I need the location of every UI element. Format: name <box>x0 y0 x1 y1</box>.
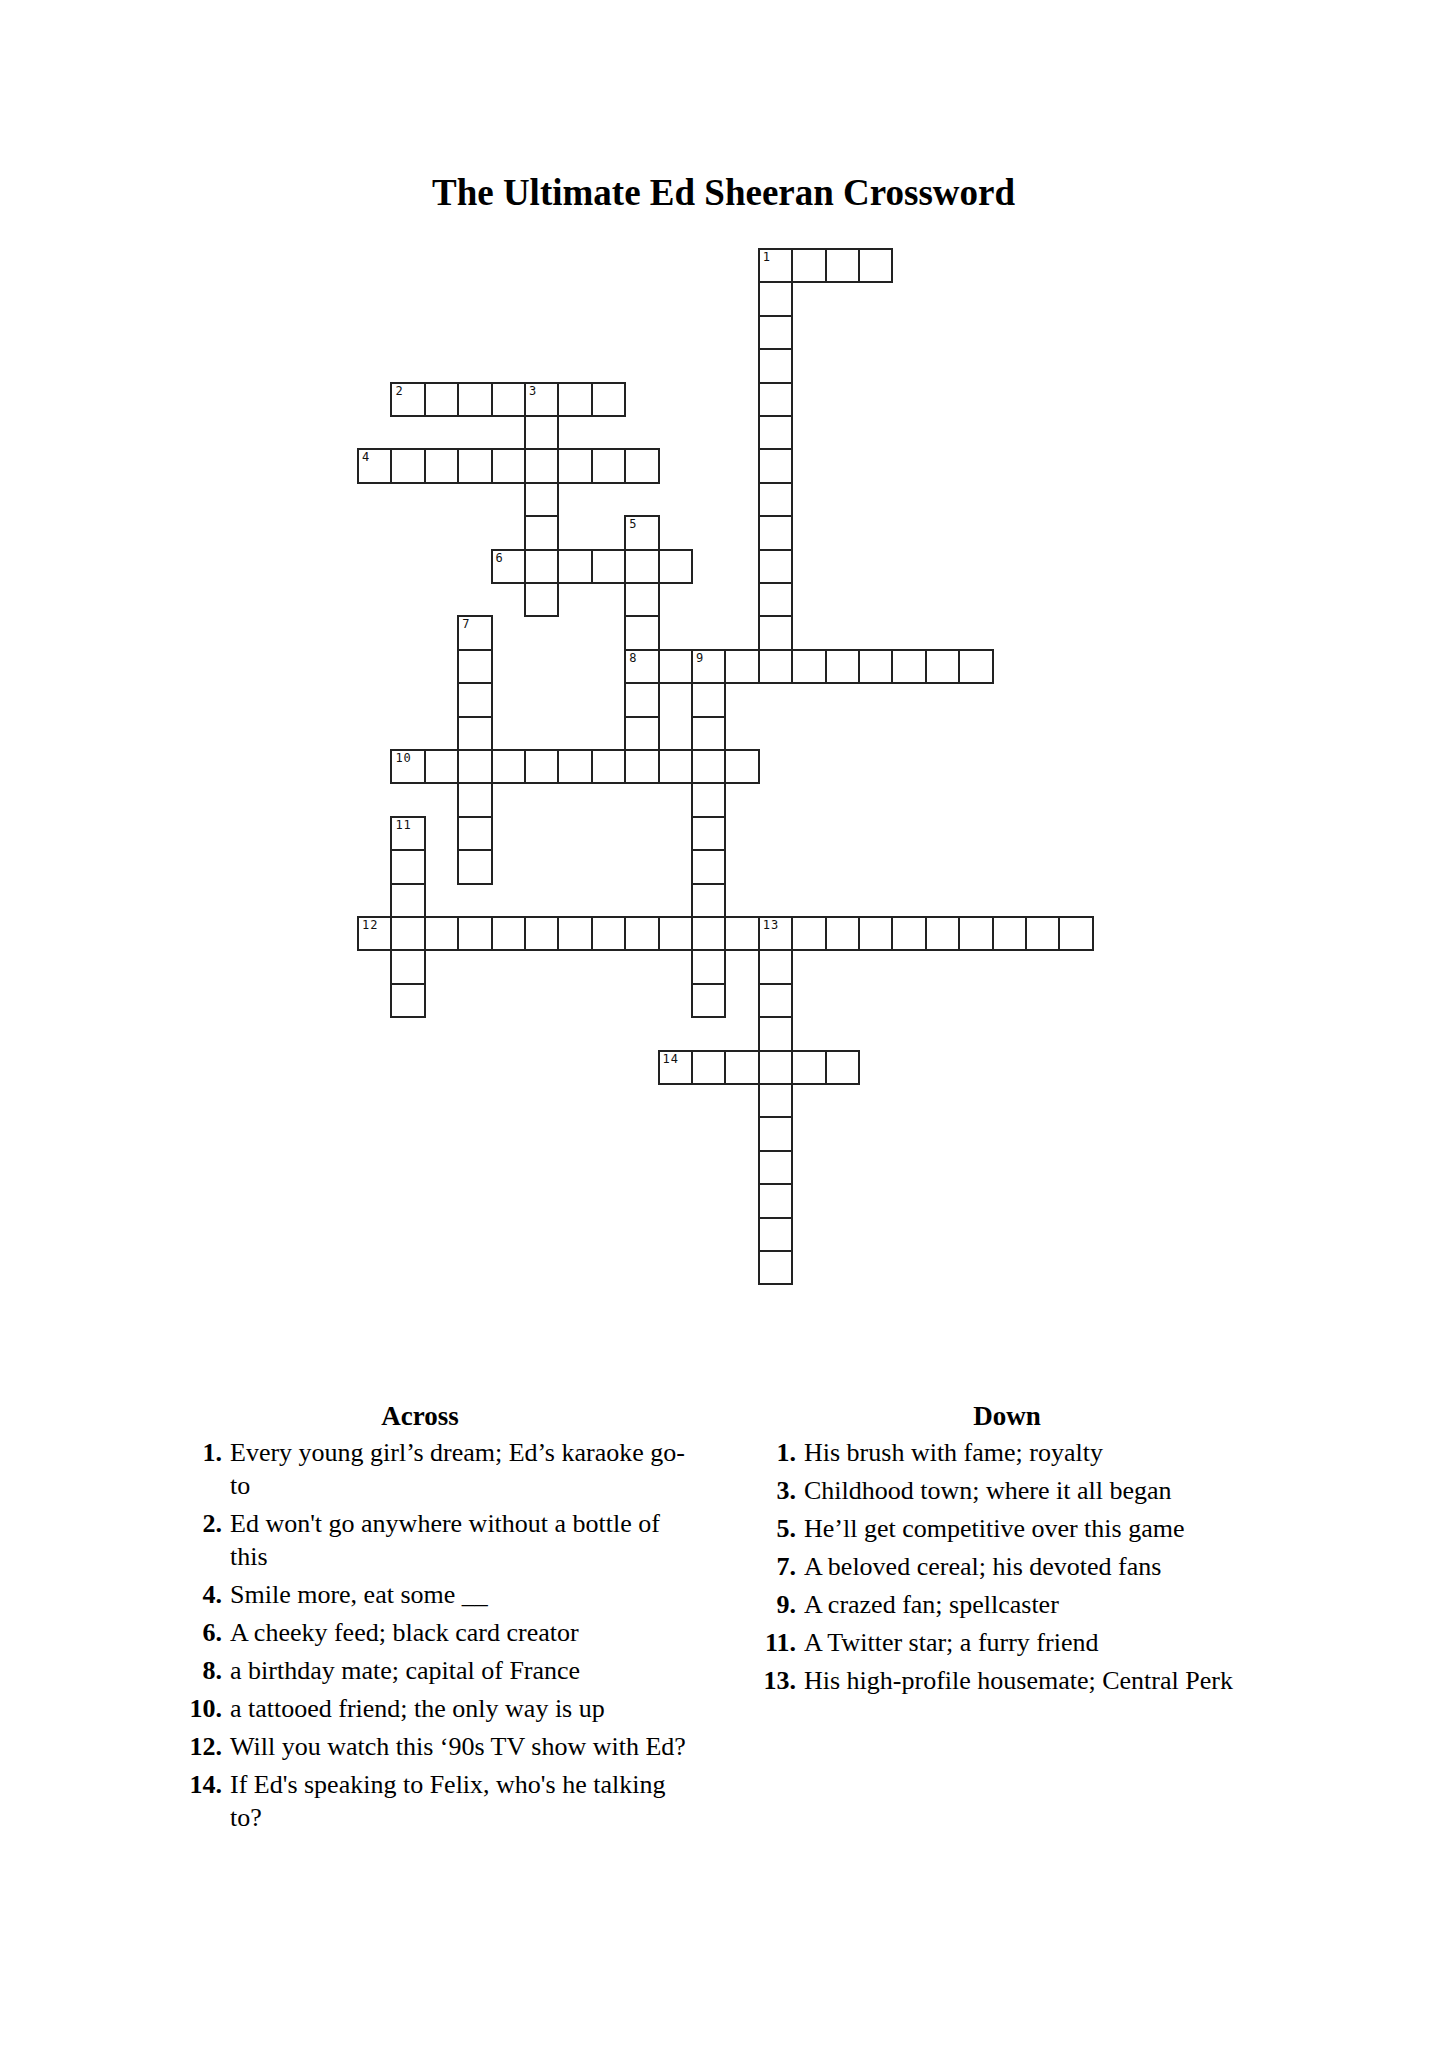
grid-cell[interactable] <box>591 382 626 417</box>
grid-cell[interactable] <box>624 682 659 715</box>
grid-cell[interactable] <box>691 983 726 1018</box>
grid-cell[interactable] <box>624 582 659 615</box>
crossword-grid: 1234567891011121314 <box>357 248 1093 1284</box>
grid-cell[interactable] <box>758 949 793 982</box>
clue-item: 13.His high-profile housemate; Central P… <box>738 1664 1276 1697</box>
grid-cell[interactable] <box>858 916 891 951</box>
grid-cell[interactable] <box>691 849 726 882</box>
grid-cell[interactable] <box>758 1250 793 1285</box>
grid-cell[interactable] <box>658 749 691 784</box>
clue-number: 6. <box>150 1616 230 1649</box>
clue-item: 9.A crazed fan; spellcaster <box>738 1588 1276 1621</box>
grid-cell[interactable] <box>390 949 425 982</box>
grid-cell[interactable] <box>758 615 793 648</box>
grid-cell[interactable] <box>758 448 793 481</box>
grid-cell[interactable] <box>524 549 557 582</box>
clue-number: 14. <box>150 1768 230 1801</box>
clue-text: A beloved cereal; his devoted fans <box>804 1550 1274 1583</box>
grid-cell[interactable] <box>758 1217 793 1250</box>
grid-cell[interactable] <box>557 382 590 417</box>
grid-cell[interactable] <box>658 916 691 951</box>
grid-cell[interactable] <box>758 482 793 515</box>
cell-number: 12 <box>362 919 378 932</box>
grid-cell[interactable]: 4 <box>357 448 390 483</box>
grid-cell[interactable] <box>424 916 457 951</box>
clue-text: Every young girl’s dream; Ed’s karaoke g… <box>230 1436 690 1502</box>
grid-cell[interactable] <box>758 1083 793 1116</box>
grid-cell[interactable] <box>925 649 958 684</box>
grid-cell[interactable] <box>524 482 559 515</box>
grid-cell[interactable] <box>992 916 1025 951</box>
clue-text: Childhood town; where it all began <box>804 1474 1274 1507</box>
grid-cell[interactable] <box>591 749 624 784</box>
grid-cell[interactable] <box>825 649 858 684</box>
clue-number: 4. <box>150 1578 230 1611</box>
grid-cell[interactable] <box>491 916 524 951</box>
grid-cell[interactable] <box>557 549 590 584</box>
clue-text: Ed won't go anywhere without a bottle of… <box>230 1507 690 1573</box>
clue-text: If Ed's speaking to Felix, who's he talk… <box>230 1768 690 1834</box>
grid-cell[interactable] <box>758 515 793 548</box>
clue-number: 11. <box>738 1626 804 1659</box>
grid-cell[interactable] <box>524 415 559 448</box>
clue-item: 6.A cheeky feed; black card creator <box>150 1616 690 1649</box>
grid-cell[interactable] <box>691 816 726 849</box>
grid-cell[interactable] <box>825 248 858 283</box>
clue-text: His high-profile housemate; Central Perk <box>804 1664 1274 1697</box>
grid-cell[interactable] <box>791 248 824 283</box>
page-title: The Ultimate Ed Sheeran Crossword <box>0 170 1447 216</box>
clue-item: 12.Will you watch this ‘90s TV show with… <box>150 1730 690 1763</box>
grid-cell[interactable] <box>390 916 423 949</box>
grid-cell[interactable] <box>691 916 724 949</box>
grid-cell[interactable] <box>724 749 759 784</box>
clue-text: Smile more, eat some __ <box>230 1578 690 1611</box>
grid-cell[interactable] <box>424 749 457 784</box>
grid-cell[interactable] <box>758 649 791 684</box>
grid-cell[interactable] <box>758 1116 793 1149</box>
clue-item: 4.Smile more, eat some __ <box>150 1578 690 1611</box>
cell-number: 8 <box>629 652 637 665</box>
clue-text: Will you watch this ‘90s TV show with Ed… <box>230 1730 690 1763</box>
grid-cell[interactable]: 2 <box>390 382 423 417</box>
grid-cell[interactable] <box>691 1050 724 1085</box>
grid-cell[interactable] <box>390 883 425 916</box>
grid-cell[interactable] <box>524 448 557 481</box>
grid-cell[interactable] <box>457 682 492 715</box>
grid-cell[interactable]: 14 <box>658 1050 691 1085</box>
grid-cell[interactable] <box>524 916 557 951</box>
clue-number: 1. <box>738 1436 804 1469</box>
clue-text: A cheeky feed; black card creator <box>230 1616 690 1649</box>
clue-item: 1.Every young girl’s dream; Ed’s karaoke… <box>150 1436 690 1502</box>
grid-cell[interactable]: 13 <box>758 916 791 949</box>
clue-text: A Twitter star; a furry friend <box>804 1626 1274 1659</box>
grid-cell[interactable]: 5 <box>624 515 659 548</box>
grid-cell[interactable] <box>557 448 590 483</box>
grid-cell[interactable] <box>691 949 726 982</box>
clue-text: a birthday mate; capital of France <box>230 1654 690 1687</box>
cell-number: 7 <box>462 618 470 631</box>
grid-cell[interactable] <box>691 749 724 782</box>
grid-cell[interactable]: 1 <box>758 248 791 281</box>
clue-item: 3.Childhood town; where it all began <box>738 1474 1276 1507</box>
grid-cell[interactable] <box>524 749 557 784</box>
grid-cell[interactable] <box>758 415 793 448</box>
clue-text: His brush with fame; royalty <box>804 1436 1274 1469</box>
clue-number: 5. <box>738 1512 804 1545</box>
grid-cell[interactable]: 10 <box>390 749 423 784</box>
clue-number: 7. <box>738 1550 804 1583</box>
grid-cell[interactable] <box>758 1150 793 1183</box>
clue-number: 8. <box>150 1654 230 1687</box>
grid-cell[interactable] <box>658 549 693 584</box>
grid-cell[interactable]: 12 <box>357 916 390 951</box>
grid-cell[interactable] <box>691 883 726 916</box>
grid-cell[interactable] <box>591 916 624 951</box>
down-heading: Down <box>738 1400 1276 1433</box>
grid-cell[interactable] <box>691 782 726 815</box>
grid-cell[interactable] <box>791 916 824 951</box>
grid-cell[interactable] <box>491 448 524 483</box>
grid-cell[interactable] <box>891 916 924 951</box>
grid-cell[interactable] <box>658 649 691 684</box>
clue-text: a tattooed friend; the only way is up <box>230 1692 690 1725</box>
clue-item: 5.He’ll get competitive over this game <box>738 1512 1276 1545</box>
grid-cell[interactable] <box>758 315 793 348</box>
grid-cell[interactable] <box>390 448 423 483</box>
grid-cell[interactable] <box>557 916 590 951</box>
clue-item: 14.If Ed's speaking to Felix, who's he t… <box>150 1768 690 1834</box>
grid-cell[interactable] <box>591 549 624 584</box>
grid-cell[interactable] <box>624 448 659 483</box>
cell-number: 13 <box>763 919 779 932</box>
clue-item: 1.His brush with fame; royalty <box>738 1436 1276 1469</box>
grid-cell[interactable] <box>624 716 659 749</box>
grid-cell[interactable] <box>925 916 958 951</box>
cell-number: 4 <box>362 451 370 464</box>
grid-cell[interactable] <box>958 649 993 684</box>
clue-number: 3. <box>738 1474 804 1507</box>
cell-number: 5 <box>629 518 637 531</box>
clue-text: He’ll get competitive over this game <box>804 1512 1274 1545</box>
grid-cell[interactable] <box>1025 916 1058 951</box>
grid-cell[interactable] <box>1058 916 1093 951</box>
grid-cell[interactable] <box>457 916 490 951</box>
cell-number: 2 <box>395 385 403 398</box>
grid-cell[interactable] <box>624 549 657 582</box>
grid-cell[interactable]: 9 <box>691 649 724 682</box>
grid-cell[interactable] <box>758 281 793 314</box>
grid-cell[interactable] <box>724 649 757 684</box>
grid-cell[interactable] <box>624 615 659 648</box>
grid-cell[interactable] <box>390 849 425 882</box>
cell-number: 1 <box>763 251 771 264</box>
grid-cell[interactable] <box>791 649 824 684</box>
across-clues-column: Across 1.Every young girl’s dream; Ed’s … <box>150 1400 690 1839</box>
grid-cell[interactable] <box>624 749 657 784</box>
grid-cell[interactable] <box>457 382 490 417</box>
cell-number: 3 <box>529 385 537 398</box>
clue-item: 7.A beloved cereal; his devoted fans <box>738 1550 1276 1583</box>
grid-cell[interactable] <box>825 916 858 951</box>
down-clue-list: 1.His brush with fame; royalty3.Childhoo… <box>738 1436 1276 1697</box>
cell-number: 9 <box>696 652 704 665</box>
grid-cell[interactable] <box>858 248 893 283</box>
grid-cell[interactable] <box>457 782 492 815</box>
grid-cell[interactable]: 11 <box>390 816 425 849</box>
grid-cell[interactable]: 8 <box>624 649 657 682</box>
down-clues-column: Down 1.His brush with fame; royalty3.Chi… <box>738 1400 1276 1702</box>
clue-number: 10. <box>150 1692 230 1725</box>
grid-cell[interactable]: 3 <box>524 382 557 415</box>
grid-cell[interactable] <box>457 849 492 884</box>
grid-cell[interactable] <box>791 1050 824 1085</box>
grid-cell[interactable] <box>758 549 793 582</box>
grid-cell[interactable] <box>858 649 891 684</box>
grid-cell[interactable] <box>591 448 624 483</box>
cell-number: 14 <box>663 1053 679 1066</box>
grid-cell[interactable] <box>758 1050 791 1083</box>
clue-item: 2.Ed won't go anywhere without a bottle … <box>150 1507 690 1573</box>
clue-number: 9. <box>738 1588 804 1621</box>
grid-cell[interactable] <box>457 716 492 749</box>
grid-cell[interactable] <box>390 983 425 1018</box>
across-clue-list: 1.Every young girl’s dream; Ed’s karaoke… <box>150 1436 690 1834</box>
grid-cell[interactable] <box>624 916 657 951</box>
grid-cell[interactable] <box>457 448 490 483</box>
clue-text: A crazed fan; spellcaster <box>804 1588 1274 1621</box>
grid-cell[interactable]: 7 <box>457 615 492 648</box>
cell-number: 10 <box>395 752 411 765</box>
grid-cell[interactable] <box>457 749 490 782</box>
grid-cell[interactable] <box>524 582 559 617</box>
grid-cell[interactable] <box>758 1183 793 1216</box>
grid-cell[interactable] <box>691 716 726 749</box>
grid-cell[interactable] <box>457 816 492 849</box>
clue-item: 10.a tattooed friend; the only way is up <box>150 1692 690 1725</box>
grid-cell[interactable] <box>758 582 793 615</box>
clue-item: 11.A Twitter star; a furry friend <box>738 1626 1276 1659</box>
grid-cell[interactable]: 6 <box>491 549 524 584</box>
cell-number: 11 <box>395 819 411 832</box>
grid-cell[interactable] <box>758 1016 793 1049</box>
cell-number: 6 <box>496 552 504 565</box>
grid-cell[interactable] <box>424 382 457 417</box>
grid-cell[interactable] <box>825 1050 860 1085</box>
grid-cell[interactable] <box>524 515 559 548</box>
clue-number: 1. <box>150 1436 230 1469</box>
grid-cell[interactable] <box>724 1050 757 1085</box>
grid-cell[interactable] <box>691 682 726 715</box>
grid-cell[interactable] <box>891 649 924 684</box>
grid-cell[interactable] <box>557 749 590 784</box>
grid-cell[interactable] <box>424 448 457 483</box>
grid-cell[interactable] <box>457 649 492 682</box>
grid-cell[interactable] <box>491 382 524 417</box>
clue-number: 2. <box>150 1507 230 1540</box>
grid-cell[interactable] <box>724 916 757 951</box>
grid-cell[interactable] <box>758 983 793 1016</box>
grid-cell[interactable] <box>758 382 793 415</box>
grid-cell[interactable] <box>491 749 524 784</box>
clue-number: 12. <box>150 1730 230 1763</box>
clue-item: 8.a birthday mate; capital of France <box>150 1654 690 1687</box>
clue-number: 13. <box>738 1664 804 1697</box>
grid-cell[interactable] <box>758 348 793 381</box>
across-heading: Across <box>150 1400 690 1433</box>
grid-cell[interactable] <box>958 916 991 951</box>
